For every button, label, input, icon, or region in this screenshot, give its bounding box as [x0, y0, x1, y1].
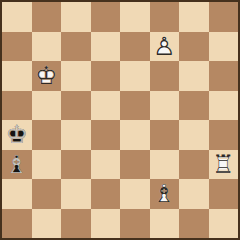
white-rook-glyph: ♜ [209, 150, 239, 180]
square-e5[interactable] [120, 91, 150, 121]
black-king-outline: ♔ [2, 120, 32, 150]
white-bishop-outline: ♗ [150, 179, 180, 209]
square-h6[interactable] [209, 61, 239, 91]
square-g2[interactable] [179, 179, 209, 209]
square-c3[interactable] [61, 150, 91, 180]
square-f1[interactable] [150, 209, 180, 239]
square-g7[interactable] [179, 32, 209, 62]
square-a2[interactable] [2, 179, 32, 209]
square-g1[interactable] [179, 209, 209, 239]
square-f8[interactable] [150, 2, 180, 32]
square-a8[interactable] [2, 2, 32, 32]
square-f4[interactable] [150, 120, 180, 150]
white-bishop: ♝♗ [150, 179, 180, 209]
square-e4[interactable] [120, 120, 150, 150]
square-f2[interactable]: ♝♗ [150, 179, 180, 209]
white-pawn: ♟♙ [150, 32, 180, 62]
square-g8[interactable] [179, 2, 209, 32]
white-bishop-glyph: ♝ [150, 179, 180, 209]
black-bishop: ♝♗ [2, 150, 32, 180]
square-f5[interactable] [150, 91, 180, 121]
square-a5[interactable] [2, 91, 32, 121]
white-king-outline: ♔ [32, 61, 62, 91]
black-bishop-outline: ♗ [2, 150, 32, 180]
black-king-glyph: ♚ [2, 120, 32, 150]
white-pawn-outline: ♙ [150, 32, 180, 62]
square-d5[interactable] [91, 91, 121, 121]
square-b8[interactable] [32, 2, 62, 32]
white-rook: ♜♖ [209, 150, 239, 180]
square-b1[interactable] [32, 209, 62, 239]
square-d8[interactable] [91, 2, 121, 32]
square-h3[interactable]: ♜♖ [209, 150, 239, 180]
square-g3[interactable] [179, 150, 209, 180]
square-b7[interactable] [32, 32, 62, 62]
square-d7[interactable] [91, 32, 121, 62]
square-b3[interactable] [32, 150, 62, 180]
square-f7[interactable]: ♟♙ [150, 32, 180, 62]
square-b4[interactable] [32, 120, 62, 150]
white-pawn-glyph: ♟ [150, 32, 180, 62]
square-g4[interactable] [179, 120, 209, 150]
square-c1[interactable] [61, 209, 91, 239]
square-h4[interactable] [209, 120, 239, 150]
chess-app: ♟♙♚♔♚♔♝♗♜♖♝♗ [0, 0, 240, 240]
square-c4[interactable] [61, 120, 91, 150]
square-e7[interactable] [120, 32, 150, 62]
square-a6[interactable] [2, 61, 32, 91]
chess-board: ♟♙♚♔♚♔♝♗♜♖♝♗ [0, 0, 240, 240]
square-h8[interactable] [209, 2, 239, 32]
square-d3[interactable] [91, 150, 121, 180]
square-e2[interactable] [120, 179, 150, 209]
square-e6[interactable] [120, 61, 150, 91]
square-h2[interactable] [209, 179, 239, 209]
square-c2[interactable] [61, 179, 91, 209]
square-c7[interactable] [61, 32, 91, 62]
square-h7[interactable] [209, 32, 239, 62]
black-bishop-glyph: ♝ [2, 150, 32, 180]
square-a7[interactable] [2, 32, 32, 62]
white-king: ♚♔ [32, 61, 62, 91]
square-g5[interactable] [179, 91, 209, 121]
square-b5[interactable] [32, 91, 62, 121]
square-g6[interactable] [179, 61, 209, 91]
square-a3[interactable]: ♝♗ [2, 150, 32, 180]
square-d6[interactable] [91, 61, 121, 91]
square-b6[interactable]: ♚♔ [32, 61, 62, 91]
white-king-glyph: ♚ [32, 61, 62, 91]
square-c8[interactable] [61, 2, 91, 32]
square-a1[interactable] [2, 209, 32, 239]
square-h5[interactable] [209, 91, 239, 121]
square-c5[interactable] [61, 91, 91, 121]
square-h1[interactable] [209, 209, 239, 239]
square-e3[interactable] [120, 150, 150, 180]
square-e8[interactable] [120, 2, 150, 32]
square-a4[interactable]: ♚♔ [2, 120, 32, 150]
square-d2[interactable] [91, 179, 121, 209]
black-king: ♚♔ [2, 120, 32, 150]
square-c6[interactable] [61, 61, 91, 91]
square-d4[interactable] [91, 120, 121, 150]
square-b2[interactable] [32, 179, 62, 209]
square-f6[interactable] [150, 61, 180, 91]
square-f3[interactable] [150, 150, 180, 180]
square-d1[interactable] [91, 209, 121, 239]
white-rook-outline: ♖ [209, 150, 239, 180]
square-e1[interactable] [120, 209, 150, 239]
